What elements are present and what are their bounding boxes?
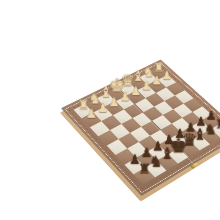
board-scene: ♜♟♟♜♞♟♟♞♝♟♟♝♛♟♟♛♚♟♟♚♝♟♟♝♞♟♟♞♜♟♟♜ bbox=[79, 48, 220, 195]
piece-white-pawn: ♟ bbox=[77, 108, 105, 120]
piece-black-rook: ♜ bbox=[129, 162, 159, 176]
square-e4 bbox=[132, 112, 152, 127]
product-photo-chess-set: ♜♟♟♜♞♟♟♞♝♟♟♝♛♟♟♛♚♟♟♚♝♟♟♝♞♟♟♞♜♟♟♜ bbox=[40, 16, 220, 220]
chess-board: ♜♟♟♜♞♟♟♞♝♟♟♝♛♟♟♛♚♟♟♚♝♟♟♝♞♟♟♞♜♟♟♜ bbox=[61, 59, 220, 196]
